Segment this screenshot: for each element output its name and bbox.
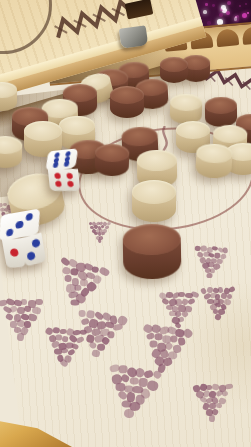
- sequin-dot: [245, 3, 247, 5]
- sequin-dot: [247, 12, 249, 14]
- checker-light[interactable]: [0, 135, 23, 168]
- sequin-dot: [212, 4, 215, 7]
- die-pip-blue: [6, 228, 14, 237]
- checker-brown[interactable]: [110, 86, 144, 118]
- sequin-dot: [226, 11, 230, 15]
- ornament-blob: [124, 408, 135, 418]
- sequin-dot: [205, 3, 208, 6]
- sequin-dot: [203, 10, 207, 14]
- ornament-blob: [70, 299, 79, 306]
- checker-light[interactable]: [195, 143, 233, 179]
- die-front-face-4: [48, 169, 80, 190]
- sequin-dot: [207, 21, 210, 24]
- die-pip-red: [55, 180, 62, 186]
- die-front-faces: [48, 167, 80, 192]
- photo-backgammon-scene: [0, 0, 251, 447]
- checker-top: [170, 93, 203, 111]
- ornament-blob: [209, 415, 215, 422]
- rail-arch: [216, 28, 239, 47]
- checker-brown[interactable]: [123, 224, 182, 280]
- die-pip-red: [54, 172, 61, 178]
- rail-arch: [242, 26, 251, 45]
- die-pip-blue: [26, 250, 35, 260]
- sequin-dot: [227, 1, 231, 5]
- die[interactable]: [46, 149, 80, 192]
- ornament-blob: [65, 275, 72, 282]
- die-top-face-6: [46, 148, 79, 170]
- checker-top: [160, 57, 188, 72]
- checker-brown[interactable]: [94, 143, 129, 176]
- ornament-blob: [21, 299, 28, 305]
- sequin-dot: [234, 17, 238, 21]
- checker-top: [176, 121, 210, 139]
- die-pip-blue: [26, 213, 34, 222]
- die-pip-blue: [63, 160, 69, 166]
- ornament-blob: [207, 273, 213, 278]
- sequin-dot: [219, 13, 223, 17]
- sequin-dot: [239, 5, 241, 7]
- die-pip-blue: [16, 220, 24, 229]
- checker-top: [24, 121, 62, 141]
- checker-top: [59, 116, 95, 135]
- checker-light[interactable]: [132, 180, 176, 222]
- die-pip-red: [67, 180, 74, 186]
- die-pip-red: [9, 249, 18, 257]
- die-pip-red: [66, 172, 73, 178]
- die-pip-blue: [32, 238, 41, 248]
- die-pip-blue: [53, 162, 59, 168]
- die[interactable]: [0, 209, 46, 269]
- checker-top: [110, 86, 144, 104]
- sequin-dot: [221, 5, 226, 10]
